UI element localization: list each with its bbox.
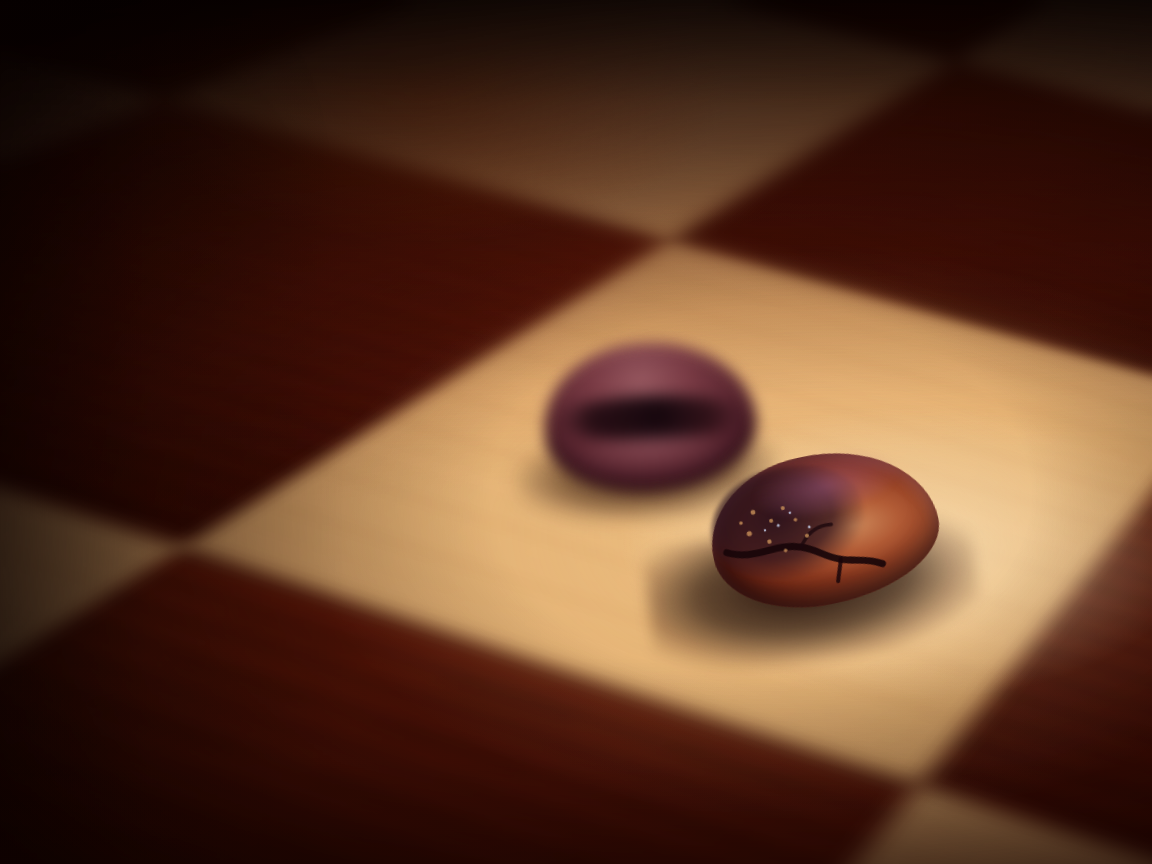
photo-frame	[0, 0, 1152, 864]
